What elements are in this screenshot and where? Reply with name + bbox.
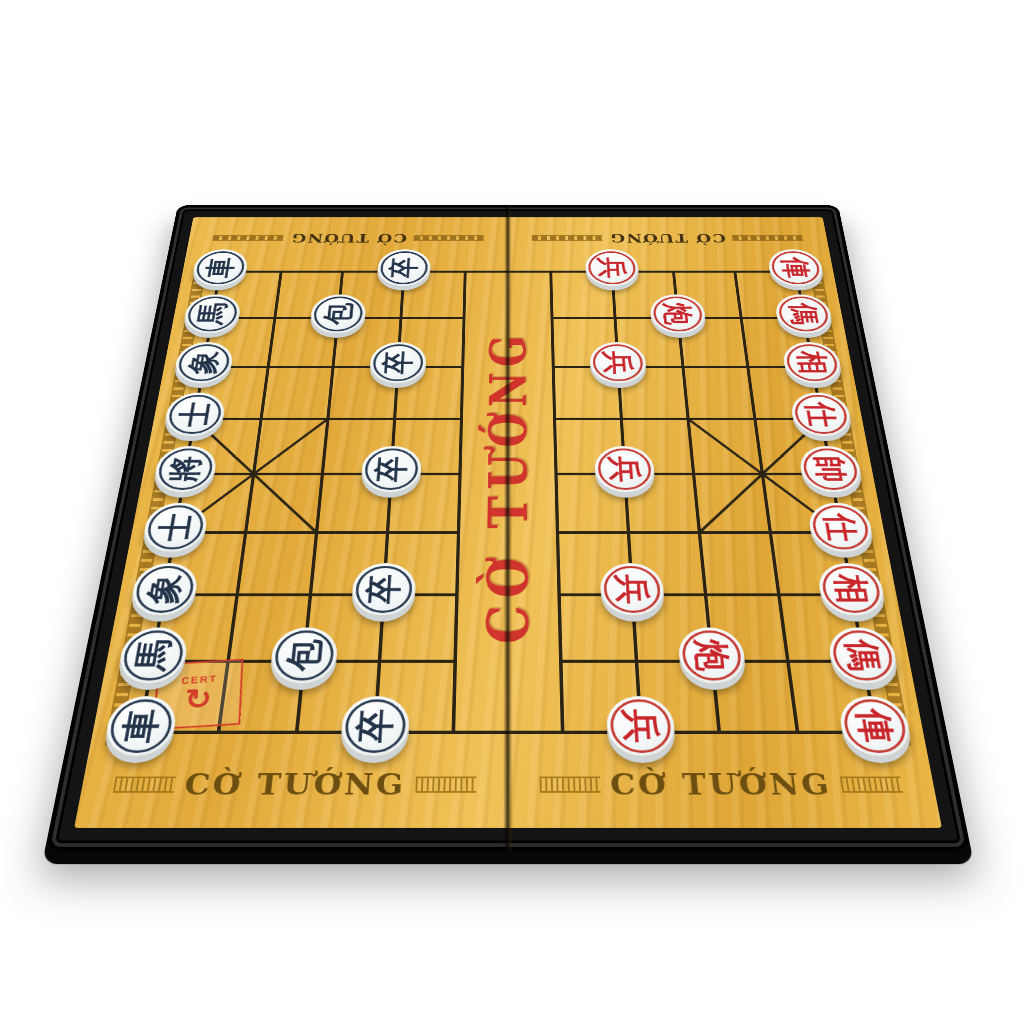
piece-black-elephant[interactable]: 象 [128,563,200,616]
piece-character: 卒 [350,563,416,616]
board-face: CỜ TƯỚNG CỜ TƯỚNG CỜ TƯỚNG CỜ TƯỚNG [74,217,942,828]
piece-character: 馬 [182,294,243,333]
piece-black-chariot[interactable]: 車 [102,696,180,756]
piece-red-elephant[interactable]: 相 [816,563,888,616]
piece-character: 將 [152,446,219,492]
piece-character: 炮 [649,294,707,333]
piece-red-advisor[interactable]: 仕 [789,393,854,437]
piece-character: 兵 [594,446,656,492]
pieces-layer: 車馬象士將士象馬車包包卒卒卒卒卒俥傌相仕帥仕相傌俥炮炮兵兵兵兵兵 [74,217,942,828]
piece-character: 帥 [797,446,864,492]
piece-black-advisor[interactable]: 士 [162,393,227,437]
piece-character: 兵 [606,696,677,756]
piece-character: 兵 [589,342,647,383]
piece-character: 相 [781,342,844,383]
piece-character: 俥 [837,696,915,756]
piece-character: 卒 [376,249,431,286]
piece-character: 象 [128,563,200,616]
piece-black-general[interactable]: 將 [152,446,219,492]
piece-character: 兵 [599,563,665,616]
piece-black-soldier[interactable]: 卒 [376,249,431,286]
piece-red-soldier[interactable]: 兵 [594,446,656,492]
piece-black-soldier[interactable]: 卒 [350,563,416,616]
piece-black-chariot[interactable]: 車 [191,249,250,286]
piece-character: 士 [140,503,209,552]
piece-character: 兵 [585,249,640,286]
piece-red-general[interactable]: 帥 [797,446,864,492]
piece-character: 仕 [789,393,854,437]
piece-character: 卒 [369,342,427,383]
piece-black-soldier[interactable]: 卒 [339,696,410,756]
piece-red-soldier[interactable]: 兵 [606,696,677,756]
piece-red-chariot[interactable]: 俥 [766,249,825,286]
piece-character: 車 [102,696,180,756]
piece-red-horse[interactable]: 傌 [826,627,901,683]
piece-character: 卒 [339,696,410,756]
piece-character: 車 [191,249,250,286]
piece-character: 俥 [766,249,825,286]
piece-character: 傌 [773,294,834,333]
piece-red-soldier[interactable]: 兵 [589,342,647,383]
piece-black-soldier[interactable]: 卒 [369,342,427,383]
piece-character: 象 [172,342,235,383]
piece-red-chariot[interactable]: 俥 [837,696,915,756]
piece-black-advisor[interactable]: 士 [140,503,209,552]
piece-red-soldier[interactable]: 兵 [599,563,665,616]
piece-character: 包 [309,294,367,333]
piece-red-elephant[interactable]: 相 [781,342,844,383]
piece-character: 仕 [806,503,875,552]
piece-red-cannon[interactable]: 炮 [649,294,707,333]
piece-character: 卒 [360,446,422,492]
piece-black-cannon[interactable]: 包 [269,627,340,683]
piece-character: 士 [162,393,227,437]
piece-black-elephant[interactable]: 象 [172,342,235,383]
piece-character: 傌 [826,627,901,683]
piece-red-horse[interactable]: 傌 [773,294,834,333]
piece-red-cannon[interactable]: 炮 [677,627,748,683]
piece-black-horse[interactable]: 馬 [116,627,191,683]
piece-character: 包 [269,627,340,683]
piece-character: 炮 [677,627,748,683]
piece-black-cannon[interactable]: 包 [309,294,367,333]
piece-black-horse[interactable]: 馬 [182,294,243,333]
piece-red-soldier[interactable]: 兵 [585,249,640,286]
piece-black-soldier[interactable]: 卒 [360,446,422,492]
piece-character: 馬 [116,627,191,683]
piece-character: 相 [816,563,888,616]
piece-red-advisor[interactable]: 仕 [806,503,875,552]
scene: CỜ TƯỚNG CỜ TƯỚNG CỜ TƯỚNG CỜ TƯỚNG [0,0,1024,1024]
xiangqi-board: CỜ TƯỚNG CỜ TƯỚNG CỜ TƯỚNG CỜ TƯỚNG [45,205,972,851]
